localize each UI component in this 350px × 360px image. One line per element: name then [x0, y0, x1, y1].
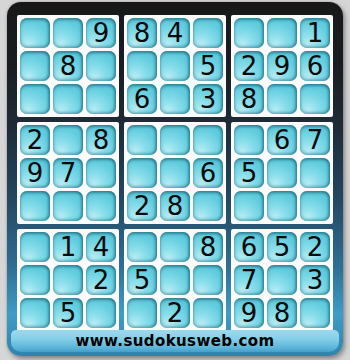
cell-r4c9[interactable]: 7 [300, 125, 330, 155]
cell-r7c8[interactable]: 5 [267, 232, 297, 262]
cell-r5c4[interactable] [127, 158, 157, 188]
box-2-3: 675 [231, 122, 333, 224]
cell-r5c5[interactable] [160, 158, 190, 188]
cell-r1c1[interactable] [20, 18, 50, 48]
cell-r8c8[interactable] [267, 265, 297, 295]
cell-r5c9[interactable] [300, 158, 330, 188]
cell-r5c6[interactable]: 6 [193, 158, 223, 188]
cell-r6c7[interactable] [234, 191, 264, 221]
cell-r1c9[interactable]: 1 [300, 18, 330, 48]
cell-r9c7[interactable]: 9 [234, 298, 264, 328]
cell-r2c2[interactable]: 8 [53, 51, 83, 81]
cell-r2c7[interactable]: 2 [234, 51, 264, 81]
cell-r6c4[interactable]: 2 [127, 191, 157, 221]
cell-r8c6[interactable] [193, 265, 223, 295]
cell-r4c1[interactable]: 2 [20, 125, 50, 155]
cell-r1c3[interactable]: 9 [86, 18, 116, 48]
box-3-1: 1425 [17, 229, 119, 331]
cell-r3c8[interactable] [267, 84, 297, 114]
website-url: www.sudokusweb.com [75, 332, 274, 350]
cell-r2c4[interactable] [127, 51, 157, 81]
box-2-1: 2897 [17, 122, 119, 224]
cell-r1c6[interactable] [193, 18, 223, 48]
cell-r3c5[interactable] [160, 84, 190, 114]
cell-r6c5[interactable]: 8 [160, 191, 190, 221]
cell-r7c4[interactable] [127, 232, 157, 262]
cell-r9c6[interactable] [193, 298, 223, 328]
cell-r7c6[interactable]: 8 [193, 232, 223, 262]
cell-r8c2[interactable] [53, 265, 83, 295]
cell-r7c2[interactable]: 1 [53, 232, 83, 262]
cell-r6c9[interactable] [300, 191, 330, 221]
cell-r5c3[interactable] [86, 158, 116, 188]
box-1-3: 12968 [231, 15, 333, 117]
cell-r8c3[interactable]: 2 [86, 265, 116, 295]
cell-r2c1[interactable] [20, 51, 50, 81]
cell-r6c1[interactable] [20, 191, 50, 221]
cell-r6c2[interactable] [53, 191, 83, 221]
cell-r4c7[interactable] [234, 125, 264, 155]
footer-bar: www.sudokusweb.com [11, 330, 339, 352]
cell-r5c8[interactable] [267, 158, 297, 188]
sudoku-frame: 988456312968289762867514258526527398 www… [7, 2, 343, 356]
cell-r9c4[interactable] [127, 298, 157, 328]
cell-r9c8[interactable]: 8 [267, 298, 297, 328]
cell-r9c1[interactable] [20, 298, 50, 328]
cell-r2c5[interactable] [160, 51, 190, 81]
cell-r9c2[interactable]: 5 [53, 298, 83, 328]
cell-r7c1[interactable] [20, 232, 50, 262]
cell-r3c4[interactable]: 6 [127, 84, 157, 114]
cell-r9c5[interactable]: 2 [160, 298, 190, 328]
cell-r3c1[interactable] [20, 84, 50, 114]
cell-r2c6[interactable]: 5 [193, 51, 223, 81]
cell-r2c8[interactable]: 9 [267, 51, 297, 81]
cell-r4c6[interactable] [193, 125, 223, 155]
cell-r1c8[interactable] [267, 18, 297, 48]
cell-r1c5[interactable]: 4 [160, 18, 190, 48]
cell-r3c6[interactable]: 3 [193, 84, 223, 114]
cell-r7c9[interactable]: 2 [300, 232, 330, 262]
cell-r3c3[interactable] [86, 84, 116, 114]
box-3-3: 6527398 [231, 229, 333, 331]
cell-r3c7[interactable]: 8 [234, 84, 264, 114]
cell-r9c3[interactable] [86, 298, 116, 328]
cell-r1c7[interactable] [234, 18, 264, 48]
cell-r8c5[interactable] [160, 265, 190, 295]
cell-r4c8[interactable]: 6 [267, 125, 297, 155]
cell-r2c9[interactable]: 6 [300, 51, 330, 81]
cell-r7c5[interactable] [160, 232, 190, 262]
cell-r9c9[interactable] [300, 298, 330, 328]
cell-r2c3[interactable] [86, 51, 116, 81]
cell-r5c7[interactable]: 5 [234, 158, 264, 188]
cell-r5c1[interactable]: 9 [20, 158, 50, 188]
cell-r8c9[interactable]: 3 [300, 265, 330, 295]
box-1-1: 98 [17, 15, 119, 117]
cell-r8c7[interactable]: 7 [234, 265, 264, 295]
cell-r4c5[interactable] [160, 125, 190, 155]
cell-r8c4[interactable]: 5 [127, 265, 157, 295]
sudoku-board: 988456312968289762867514258526527398 [17, 15, 333, 331]
cell-r7c3[interactable]: 4 [86, 232, 116, 262]
cell-r3c9[interactable] [300, 84, 330, 114]
cell-r3c2[interactable] [53, 84, 83, 114]
box-3-2: 852 [124, 229, 226, 331]
cell-r6c8[interactable] [267, 191, 297, 221]
box-1-2: 84563 [124, 15, 226, 117]
cell-r6c6[interactable] [193, 191, 223, 221]
cell-r8c1[interactable] [20, 265, 50, 295]
cell-r4c4[interactable] [127, 125, 157, 155]
cell-r6c3[interactable] [86, 191, 116, 221]
cell-r4c2[interactable] [53, 125, 83, 155]
cell-r1c2[interactable] [53, 18, 83, 48]
cell-r5c2[interactable]: 7 [53, 158, 83, 188]
box-2-2: 628 [124, 122, 226, 224]
cell-r4c3[interactable]: 8 [86, 125, 116, 155]
cell-r7c7[interactable]: 6 [234, 232, 264, 262]
cell-r1c4[interactable]: 8 [127, 18, 157, 48]
